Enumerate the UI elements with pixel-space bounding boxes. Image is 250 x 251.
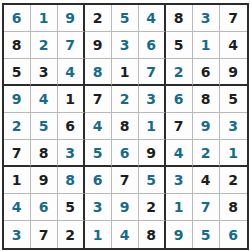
sudoku-cell-r8c5[interactable]: 9 [112, 194, 139, 221]
sudoku-cell-r8c7[interactable]: 1 [166, 194, 193, 221]
sudoku-cell-r3c3[interactable]: 4 [58, 59, 85, 86]
sudoku-cell-r2c6[interactable]: 6 [139, 32, 166, 59]
sudoku-cell-r7c7[interactable]: 3 [166, 167, 193, 194]
sudoku-cell-r1c4[interactable]: 2 [85, 5, 112, 32]
sudoku-cell-r3c7[interactable]: 2 [166, 59, 193, 86]
sudoku-cell-r5c4[interactable]: 4 [85, 113, 112, 140]
sudoku-cell-r4c2[interactable]: 4 [31, 86, 58, 113]
sudoku-cell-r4c1[interactable]: 9 [4, 86, 31, 113]
sudoku-board: 6192548378279365145348172699417236852564… [2, 3, 249, 250]
sudoku-cell-r5c5[interactable]: 8 [112, 113, 139, 140]
sudoku-cell-r3c2[interactable]: 3 [31, 59, 58, 86]
sudoku-cell-r8c6[interactable]: 2 [139, 194, 166, 221]
sudoku-cell-r4c7[interactable]: 6 [166, 86, 193, 113]
sudoku-cell-r2c1[interactable]: 8 [4, 32, 31, 59]
sudoku-cell-r9c3[interactable]: 2 [58, 221, 85, 248]
sudoku-cell-r7c9[interactable]: 2 [220, 167, 247, 194]
sudoku-cell-r6c1[interactable]: 7 [4, 140, 31, 167]
sudoku-cell-r1c8[interactable]: 3 [193, 5, 220, 32]
sudoku-cell-r6c6[interactable]: 9 [139, 140, 166, 167]
sudoku-cell-r7c5[interactable]: 7 [112, 167, 139, 194]
sudoku-cell-r5c7[interactable]: 7 [166, 113, 193, 140]
sudoku-cell-r5c8[interactable]: 9 [193, 113, 220, 140]
sudoku-cell-r5c6[interactable]: 1 [139, 113, 166, 140]
sudoku-cell-r2c8[interactable]: 1 [193, 32, 220, 59]
sudoku-cell-r7c2[interactable]: 9 [31, 167, 58, 194]
sudoku-cell-r3c8[interactable]: 6 [193, 59, 220, 86]
sudoku-cell-r8c8[interactable]: 7 [193, 194, 220, 221]
sudoku-cell-r7c3[interactable]: 8 [58, 167, 85, 194]
sudoku-cell-r6c7[interactable]: 4 [166, 140, 193, 167]
sudoku-cell-r1c3[interactable]: 9 [58, 5, 85, 32]
sudoku-cell-r6c5[interactable]: 6 [112, 140, 139, 167]
sudoku-page: 6192548378279365145348172699417236852564… [0, 0, 250, 251]
sudoku-cell-r7c6[interactable]: 5 [139, 167, 166, 194]
sudoku-cell-r5c9[interactable]: 3 [220, 113, 247, 140]
sudoku-cell-r6c3[interactable]: 3 [58, 140, 85, 167]
sudoku-cell-r9c6[interactable]: 8 [139, 221, 166, 248]
sudoku-cell-r8c3[interactable]: 5 [58, 194, 85, 221]
sudoku-cell-r8c2[interactable]: 6 [31, 194, 58, 221]
sudoku-cell-r3c1[interactable]: 5 [4, 59, 31, 86]
sudoku-cell-r2c3[interactable]: 7 [58, 32, 85, 59]
sudoku-cell-r7c1[interactable]: 1 [4, 167, 31, 194]
sudoku-cell-r3c4[interactable]: 8 [85, 59, 112, 86]
sudoku-cell-r4c8[interactable]: 8 [193, 86, 220, 113]
sudoku-cell-r9c8[interactable]: 5 [193, 221, 220, 248]
sudoku-cell-r5c3[interactable]: 6 [58, 113, 85, 140]
sudoku-cell-r2c9[interactable]: 4 [220, 32, 247, 59]
sudoku-cell-r9c7[interactable]: 9 [166, 221, 193, 248]
sudoku-cell-r3c9[interactable]: 9 [220, 59, 247, 86]
sudoku-cell-r2c2[interactable]: 2 [31, 32, 58, 59]
sudoku-cell-r3c6[interactable]: 7 [139, 59, 166, 86]
sudoku-cell-r1c6[interactable]: 4 [139, 5, 166, 32]
sudoku-cell-r4c6[interactable]: 3 [139, 86, 166, 113]
sudoku-cell-r8c1[interactable]: 4 [4, 194, 31, 221]
sudoku-cell-r6c8[interactable]: 2 [193, 140, 220, 167]
sudoku-cell-r1c5[interactable]: 5 [112, 5, 139, 32]
sudoku-cell-r6c2[interactable]: 8 [31, 140, 58, 167]
sudoku-cell-r5c1[interactable]: 2 [4, 113, 31, 140]
sudoku-cell-r1c7[interactable]: 8 [166, 5, 193, 32]
sudoku-cell-r5c2[interactable]: 5 [31, 113, 58, 140]
sudoku-cell-r9c1[interactable]: 3 [4, 221, 31, 248]
sudoku-cell-r2c5[interactable]: 3 [112, 32, 139, 59]
sudoku-cell-r1c2[interactable]: 1 [31, 5, 58, 32]
sudoku-cell-r6c4[interactable]: 5 [85, 140, 112, 167]
sudoku-cell-r7c4[interactable]: 6 [85, 167, 112, 194]
sudoku-cell-r8c4[interactable]: 3 [85, 194, 112, 221]
sudoku-cell-r4c3[interactable]: 1 [58, 86, 85, 113]
sudoku-cell-r7c8[interactable]: 4 [193, 167, 220, 194]
sudoku-cell-r4c5[interactable]: 2 [112, 86, 139, 113]
sudoku-cell-r9c4[interactable]: 1 [85, 221, 112, 248]
sudoku-cell-r3c5[interactable]: 1 [112, 59, 139, 86]
sudoku-cell-r4c4[interactable]: 7 [85, 86, 112, 113]
sudoku-cell-r9c2[interactable]: 7 [31, 221, 58, 248]
sudoku-cell-r2c4[interactable]: 9 [85, 32, 112, 59]
sudoku-cell-r4c9[interactable]: 5 [220, 86, 247, 113]
sudoku-cell-r8c9[interactable]: 8 [220, 194, 247, 221]
sudoku-cell-r6c9[interactable]: 1 [220, 140, 247, 167]
sudoku-cell-r1c9[interactable]: 7 [220, 5, 247, 32]
sudoku-cell-r1c1[interactable]: 6 [4, 5, 31, 32]
sudoku-cell-r2c7[interactable]: 5 [166, 32, 193, 59]
sudoku-cell-r9c9[interactable]: 6 [220, 221, 247, 248]
sudoku-cell-r9c5[interactable]: 4 [112, 221, 139, 248]
